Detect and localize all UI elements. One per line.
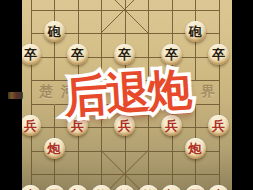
piece-black[interactable]: 卒 [208, 44, 229, 65]
piece-red[interactable]: 兵 [208, 115, 229, 136]
piece-black[interactable]: 卒 [114, 44, 135, 65]
piece-red[interactable]: 帥 [114, 185, 135, 190]
piece-red[interactable]: 車 [22, 185, 41, 190]
piece-red[interactable]: 車 [208, 185, 229, 190]
xiangqi-board: 楚河 漢界 砲砲卒卒卒卒卒兵兵兵兵兵炮炮車馬相仕帥仕相馬車 后退炮 后退炮 [22, 0, 232, 190]
piece-black[interactable]: 卒 [67, 44, 88, 65]
piece-red[interactable]: 馬 [185, 185, 206, 190]
piece-black[interactable]: 砲 [44, 21, 65, 42]
piece-black[interactable]: 卒 [22, 44, 41, 65]
piece-red[interactable]: 馬 [44, 185, 65, 190]
piece-red[interactable]: 相 [161, 185, 182, 190]
piece-black[interactable]: 砲 [185, 21, 206, 42]
piece-red[interactable]: 相 [67, 185, 88, 190]
watermark [8, 92, 23, 99]
move-caption-text: 后退炮 [62, 60, 191, 127]
letterbox-right [232, 0, 253, 190]
piece-red[interactable]: 仕 [91, 185, 112, 190]
piece-red[interactable]: 炮 [44, 138, 65, 159]
piece-red[interactable]: 炮 [185, 138, 206, 159]
piece-red[interactable]: 仕 [138, 185, 159, 190]
piece-red[interactable]: 兵 [22, 115, 41, 136]
